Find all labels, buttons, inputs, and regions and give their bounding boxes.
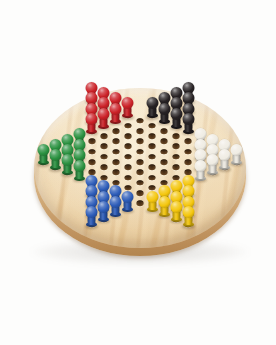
peg-head-ball (231, 144, 243, 156)
hole-r8-3[interactable] (100, 164, 107, 170)
peg-head-ball (86, 113, 98, 125)
hole-r9-3[interactable] (112, 170, 119, 176)
hole-r7-9[interactable] (161, 128, 168, 134)
peg-red[interactable] (97, 108, 110, 129)
peg-black[interactable] (146, 97, 159, 118)
hole-r7-3[interactable] (88, 159, 95, 165)
hole-r8-8[interactable] (161, 138, 168, 144)
peg-red[interactable] (109, 103, 122, 124)
peg-head-ball (98, 108, 110, 120)
peg-head-ball (49, 149, 61, 161)
peg-white[interactable] (206, 154, 219, 175)
peg-black[interactable] (170, 108, 183, 129)
peg-head-ball (170, 108, 182, 120)
peg-green[interactable] (61, 154, 74, 175)
peg-red[interactable] (121, 97, 134, 118)
hole-r7-6[interactable] (124, 144, 131, 150)
hole-r10-8[interactable] (173, 154, 180, 160)
hole-r11-7[interactable] (161, 170, 168, 176)
peg-blue[interactable] (97, 201, 110, 222)
hole-r11-9[interactable] (185, 159, 192, 165)
peg-head-ball (158, 103, 170, 115)
peg-head-ball (110, 196, 122, 208)
peg-head-ball (219, 149, 231, 161)
hole-r8-4[interactable] (112, 159, 119, 165)
peg-black[interactable] (182, 113, 195, 134)
peg-head-ball (98, 201, 110, 213)
hole-r9-4[interactable] (124, 164, 131, 170)
hole-r10-6[interactable] (149, 164, 156, 170)
hole-r5-7[interactable] (112, 128, 119, 134)
peg-green[interactable] (37, 144, 50, 165)
peg-head-ball (146, 97, 158, 109)
peg-head-ball (158, 196, 170, 208)
peg-white[interactable] (218, 149, 231, 170)
hole-r6-8[interactable] (137, 128, 144, 134)
peg-yellow[interactable] (170, 201, 183, 222)
peg-head-ball (110, 103, 122, 115)
peg-head-ball (146, 191, 158, 203)
peg-head-ball (37, 144, 49, 156)
hole-r8-5[interactable] (124, 154, 131, 160)
hole-r8-6[interactable] (137, 149, 144, 155)
peg-head-ball (207, 154, 219, 166)
hole-r11-5[interactable] (136, 180, 143, 186)
hole-r5-5[interactable] (88, 138, 95, 144)
peg-yellow[interactable] (158, 196, 171, 217)
hole-r11-6[interactable] (149, 175, 156, 181)
peg-black[interactable] (158, 103, 171, 124)
hole-r9-6[interactable] (149, 154, 156, 160)
hole-r5-6[interactable] (100, 133, 107, 139)
hole-r10-5[interactable] (136, 170, 143, 176)
peg-head-ball (61, 154, 73, 166)
peg-head-ball (73, 160, 85, 172)
peg-head-ball (170, 201, 182, 213)
peg-head-ball (195, 160, 207, 172)
hole-r6-7[interactable] (124, 133, 131, 139)
peg-head-ball (86, 206, 98, 218)
peg-blue[interactable] (109, 196, 122, 217)
hole-r6-5[interactable] (100, 144, 107, 150)
hole-r6-6[interactable] (112, 138, 119, 144)
hole-r10-7[interactable] (161, 159, 168, 165)
hole-r9-8[interactable] (173, 144, 180, 150)
hole-r5-8[interactable] (124, 123, 131, 129)
peg-blue[interactable] (85, 206, 98, 227)
peg-yellow[interactable] (146, 191, 159, 212)
peg-head-ball (122, 191, 134, 203)
peg-blue[interactable] (121, 191, 134, 212)
hole-r8-9[interactable] (173, 133, 180, 139)
peg-yellow[interactable] (182, 206, 195, 227)
peg-green[interactable] (49, 149, 62, 170)
hole-r7-5[interactable] (112, 149, 119, 155)
peg-head-ball (182, 206, 194, 218)
peg-white[interactable] (230, 144, 243, 165)
hole-r9-7[interactable] (161, 149, 168, 155)
hole-r10-9[interactable] (185, 149, 192, 155)
peg-green[interactable] (73, 160, 86, 181)
hole-r11-8[interactable] (173, 164, 180, 170)
hole-r10-4[interactable] (124, 175, 131, 181)
hole-r12-5[interactable] (136, 190, 143, 196)
hole-r9-9[interactable] (185, 138, 192, 144)
hole-r13-5[interactable] (136, 201, 143, 207)
peg-head-ball (182, 113, 194, 125)
peg-red[interactable] (85, 113, 98, 134)
hole-r6-4[interactable] (88, 149, 95, 155)
hole-r7-7[interactable] (137, 138, 144, 144)
chinese-checkers-photo (0, 0, 276, 345)
peg-head-ball (122, 97, 134, 109)
hole-r6-9[interactable] (149, 123, 156, 129)
hole-r8-7[interactable] (149, 144, 156, 150)
hole-r7-4[interactable] (100, 154, 107, 160)
hole-r5-9[interactable] (137, 118, 144, 124)
hole-r9-5[interactable] (137, 159, 144, 165)
peg-white[interactable] (194, 160, 207, 181)
hole-r7-8[interactable] (149, 133, 156, 139)
